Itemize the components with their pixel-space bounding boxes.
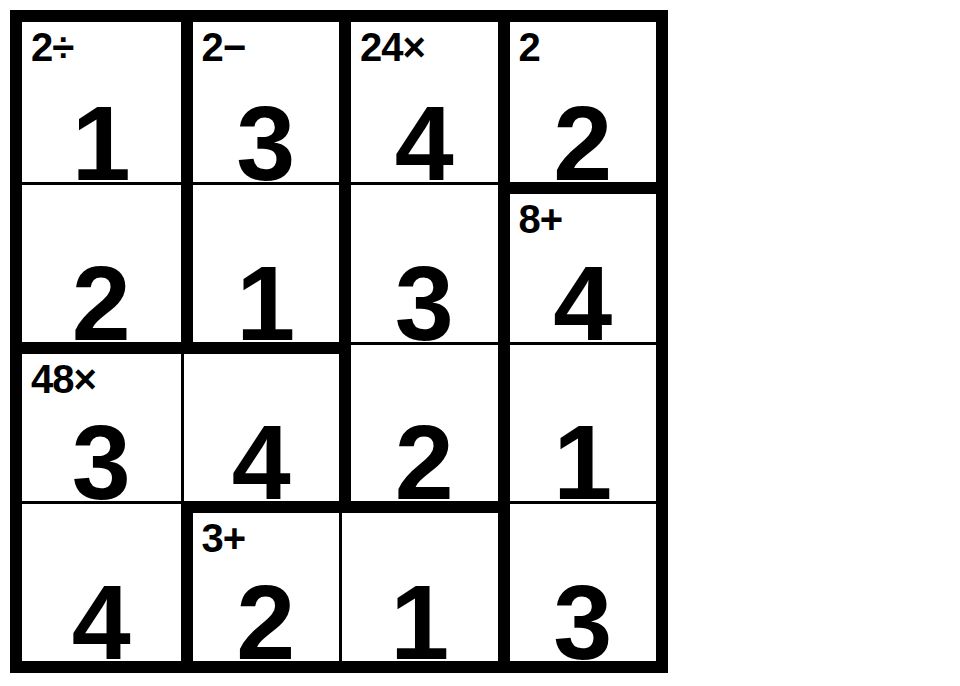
cell-r4c3[interactable]: 1 [339, 501, 498, 661]
cell-r2c4[interactable]: 8+4 [498, 182, 657, 342]
cage-clue: 2− [193, 22, 340, 67]
cage-clue: 2 [510, 22, 657, 67]
cell-r4c1[interactable]: 4 [22, 501, 181, 661]
cell-digit: 3 [22, 409, 181, 515]
cell-digit: 2 [351, 409, 498, 515]
cell-r4c4[interactable]: 3 [498, 501, 657, 661]
cell-digit: 4 [510, 250, 657, 356]
cell-r2c3[interactable]: 3 [339, 182, 498, 342]
cell-digit: 4 [351, 90, 498, 196]
cell-r1c3[interactable]: 24×4 [339, 22, 498, 182]
cell-r1c1[interactable]: 2÷1 [22, 22, 181, 182]
cell-digit: 4 [184, 409, 340, 515]
cell-digit: 2 [193, 569, 340, 675]
cage-clue: 8+ [510, 194, 657, 239]
cell-r3c1[interactable]: 48×3 [22, 342, 181, 502]
cell-digit: 1 [193, 250, 340, 356]
cell-r1c2[interactable]: 2−3 [181, 22, 340, 182]
cell-digit: 3 [193, 90, 340, 196]
cell-digit: 2 [22, 250, 181, 356]
cell-r3c4[interactable]: 1 [498, 342, 657, 502]
page-background: 2÷12−324×4222138+448×342143+213 [0, 0, 960, 686]
cell-digit: 1 [342, 569, 498, 675]
cell-r4c2[interactable]: 3+2 [181, 501, 340, 661]
cage-clue: 2÷ [22, 22, 181, 67]
cell-digit: 1 [22, 90, 181, 196]
cell-r3c3[interactable]: 2 [339, 342, 498, 502]
kenken-board: 2÷12−324×4222138+448×342143+213 [10, 10, 668, 673]
cell-r3c2[interactable]: 4 [181, 342, 340, 502]
cage-clue: 48× [22, 354, 181, 399]
cell-digit: 3 [351, 250, 498, 356]
cage-clue: 24× [351, 22, 498, 67]
cell-digit: 3 [510, 569, 657, 675]
cell-digit: 2 [510, 90, 657, 196]
cell-digit: 1 [510, 409, 657, 515]
cell-r2c2[interactable]: 1 [181, 182, 340, 342]
cell-r1c4[interactable]: 22 [498, 22, 657, 182]
cage-clue: 3+ [193, 513, 340, 558]
cell-digit: 4 [22, 569, 181, 675]
cell-r2c1[interactable]: 2 [22, 182, 181, 342]
